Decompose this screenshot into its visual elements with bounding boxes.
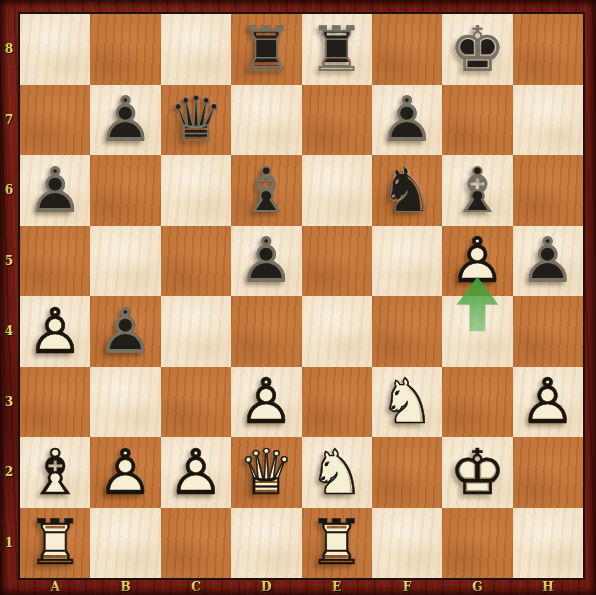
piece-black-pawn-b7[interactable]: ♟♙ — [90, 85, 160, 156]
piece-white-rook-e1[interactable]: ♜♖ — [302, 508, 372, 579]
square-b6[interactable] — [90, 155, 160, 226]
square-b3[interactable] — [90, 367, 160, 438]
square-a6[interactable]: ♟♙ — [20, 155, 90, 226]
square-g8[interactable]: ♚♔ — [442, 14, 512, 85]
square-b7[interactable]: ♟♙ — [90, 85, 160, 156]
piece-white-pawn-g5[interactable]: ♟♙ — [442, 226, 512, 297]
file-label-F: F — [372, 578, 442, 595]
rank-label-4: 4 — [0, 296, 18, 367]
square-h7[interactable] — [513, 85, 583, 156]
square-a2[interactable]: ♝♗ — [20, 437, 90, 508]
square-d2[interactable]: ♛♕ — [231, 437, 301, 508]
square-g1[interactable] — [442, 508, 512, 579]
square-e7[interactable] — [302, 85, 372, 156]
square-f6[interactable]: ♞♘ — [372, 155, 442, 226]
square-b8[interactable] — [90, 14, 160, 85]
piece-black-pawn-f7[interactable]: ♟♙ — [372, 85, 442, 156]
piece-black-rook-d8[interactable]: ♜♖ — [231, 14, 301, 85]
file-label-E: E — [302, 578, 372, 595]
square-b5[interactable] — [90, 226, 160, 297]
square-b4[interactable]: ♟♙ — [90, 296, 160, 367]
square-e4[interactable] — [302, 296, 372, 367]
piece-white-king-g2[interactable]: ♚♔ — [442, 437, 512, 508]
square-e1[interactable]: ♜♖ — [302, 508, 372, 579]
square-c1[interactable] — [161, 508, 231, 579]
square-c5[interactable] — [161, 226, 231, 297]
square-d4[interactable] — [231, 296, 301, 367]
square-g3[interactable] — [442, 367, 512, 438]
piece-white-pawn-h3[interactable]: ♟♙ — [513, 367, 583, 438]
square-h5[interactable]: ♟♙ — [513, 226, 583, 297]
square-a3[interactable] — [20, 367, 90, 438]
chess-board: ♜♖♜♖♚♔♟♙♛♕♟♙♟♙♝♗♞♘♝♗♟♙♟♙♟♙♟♙♟♙♟♙♞♘♟♙♝♗♟♙… — [20, 14, 583, 578]
square-c6[interactable] — [161, 155, 231, 226]
square-c4[interactable] — [161, 296, 231, 367]
square-b2[interactable]: ♟♙ — [90, 437, 160, 508]
square-h1[interactable] — [513, 508, 583, 579]
square-c7[interactable]: ♛♕ — [161, 85, 231, 156]
piece-black-pawn-a6[interactable]: ♟♙ — [20, 155, 90, 226]
square-a8[interactable] — [20, 14, 90, 85]
square-f8[interactable] — [372, 14, 442, 85]
rank-label-6: 6 — [0, 155, 18, 226]
square-f4[interactable] — [372, 296, 442, 367]
square-c2[interactable]: ♟♙ — [161, 437, 231, 508]
piece-white-knight-f3[interactable]: ♞♘ — [372, 367, 442, 438]
square-g4[interactable] — [442, 296, 512, 367]
rank-label-2: 2 — [0, 437, 18, 508]
square-f2[interactable] — [372, 437, 442, 508]
square-g6[interactable]: ♝♗ — [442, 155, 512, 226]
piece-white-rook-a1[interactable]: ♜♖ — [20, 508, 90, 579]
square-h2[interactable] — [513, 437, 583, 508]
square-a5[interactable] — [20, 226, 90, 297]
file-label-C: C — [161, 578, 231, 595]
file-label-G: G — [442, 578, 512, 595]
piece-black-rook-e8[interactable]: ♜♖ — [302, 14, 372, 85]
square-c8[interactable] — [161, 14, 231, 85]
rank-labels: 87654321 — [0, 14, 18, 578]
file-label-D: D — [231, 578, 301, 595]
piece-black-king-g8[interactable]: ♚♔ — [442, 14, 512, 85]
piece-black-pawn-b4[interactable]: ♟♙ — [90, 296, 160, 367]
square-a1[interactable]: ♜♖ — [20, 508, 90, 579]
square-d5[interactable]: ♟♙ — [231, 226, 301, 297]
square-b1[interactable] — [90, 508, 160, 579]
rank-label-8: 8 — [0, 14, 18, 85]
board-frame: ♜♖♜♖♚♔♟♙♛♕♟♙♟♙♝♗♞♘♝♗♟♙♟♙♟♙♟♙♟♙♟♙♞♘♟♙♝♗♟♙… — [18, 12, 585, 580]
piece-black-knight-f6[interactable]: ♞♘ — [372, 155, 442, 226]
piece-white-pawn-d3[interactable]: ♟♙ — [231, 367, 301, 438]
rank-label-7: 7 — [0, 85, 18, 156]
file-label-A: A — [20, 578, 90, 595]
square-d8[interactable]: ♜♖ — [231, 14, 301, 85]
file-label-B: B — [90, 578, 160, 595]
square-a4[interactable]: ♟♙ — [20, 296, 90, 367]
square-g5[interactable]: ♟♙ — [442, 226, 512, 297]
square-d6[interactable]: ♝♗ — [231, 155, 301, 226]
rank-label-1: 1 — [0, 508, 18, 579]
square-g2[interactable]: ♚♔ — [442, 437, 512, 508]
square-h6[interactable] — [513, 155, 583, 226]
piece-black-pawn-d5[interactable]: ♟♙ — [231, 226, 301, 297]
rank-label-5: 5 — [0, 226, 18, 297]
square-a7[interactable] — [20, 85, 90, 156]
piece-white-pawn-c2[interactable]: ♟♙ — [161, 437, 231, 508]
square-d1[interactable] — [231, 508, 301, 579]
rank-label-3: 3 — [0, 367, 18, 438]
piece-white-pawn-b2[interactable]: ♟♙ — [90, 437, 160, 508]
file-label-H: H — [513, 578, 583, 595]
square-f1[interactable] — [372, 508, 442, 579]
square-h4[interactable] — [513, 296, 583, 367]
square-e2[interactable]: ♞♘ — [302, 437, 372, 508]
square-f3[interactable]: ♞♘ — [372, 367, 442, 438]
piece-white-queen-d2[interactable]: ♛♕ — [231, 437, 301, 508]
square-e8[interactable]: ♜♖ — [302, 14, 372, 85]
square-d7[interactable] — [231, 85, 301, 156]
file-labels: ABCDEFGH — [20, 578, 583, 595]
piece-black-bishop-d6[interactable]: ♝♗ — [231, 155, 301, 226]
square-h3[interactable]: ♟♙ — [513, 367, 583, 438]
piece-white-pawn-a4[interactable]: ♟♙ — [20, 296, 90, 367]
square-e6[interactable] — [302, 155, 372, 226]
piece-white-bishop-a2[interactable]: ♝♗ — [20, 437, 90, 508]
piece-black-bishop-g6[interactable]: ♝♗ — [442, 155, 512, 226]
square-g7[interactable] — [442, 85, 512, 156]
square-h8[interactable] — [513, 14, 583, 85]
chess-app-window: 87654321 ABCDEFGH ♜♖♜♖♚♔♟♙♛♕♟♙♟♙♝♗♞♘♝♗♟♙… — [0, 0, 596, 595]
square-e3[interactable] — [302, 367, 372, 438]
square-c3[interactable] — [161, 367, 231, 438]
square-d3[interactable]: ♟♙ — [231, 367, 301, 438]
piece-white-knight-e2[interactable]: ♞♘ — [302, 437, 372, 508]
piece-black-pawn-h5[interactable]: ♟♙ — [513, 226, 583, 297]
square-f5[interactable] — [372, 226, 442, 297]
piece-black-queen-c7[interactable]: ♛♕ — [161, 85, 231, 156]
square-e5[interactable] — [302, 226, 372, 297]
square-f7[interactable]: ♟♙ — [372, 85, 442, 156]
